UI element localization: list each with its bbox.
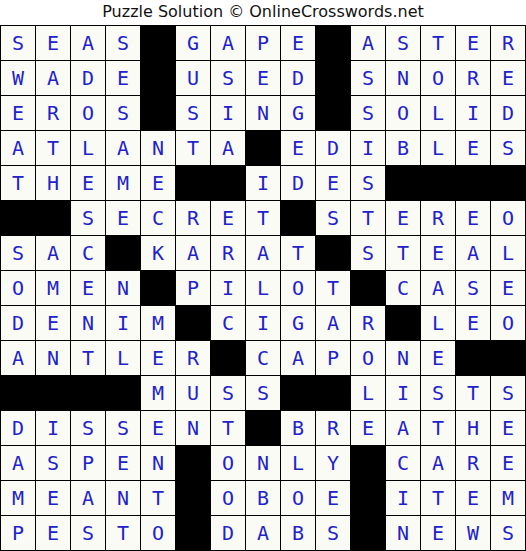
letter-cell-r10c6: R (176, 341, 211, 376)
letter-cell-r8c8: L (246, 271, 281, 306)
letter-cell-r12c10: R (316, 411, 351, 446)
letter-cell-r3c6: S (176, 96, 211, 131)
letter-cell-r15c15: S (491, 516, 526, 551)
block-cell-r7c10 (316, 236, 351, 271)
letter-cell-r4c7: A (211, 131, 246, 166)
letter-cell-r13c1: A (1, 446, 36, 481)
letter-cell-r11c15: S (491, 376, 526, 411)
block-cell-r11c4 (106, 376, 141, 411)
letter-cell-r8c9: O (281, 271, 316, 306)
letter-cell-r7c3: C (71, 236, 106, 271)
letter-cell-r4c11: I (351, 131, 386, 166)
letter-cell-r14c3: A (71, 481, 106, 516)
letter-cell-r5c8: I (246, 166, 281, 201)
block-cell-r3c10 (316, 96, 351, 131)
letter-cell-r8c12: C (386, 271, 421, 306)
letter-cell-r1c1: S (1, 26, 36, 61)
letter-cell-r5c1: T (1, 166, 36, 201)
letter-cell-r8c6: P (176, 271, 211, 306)
block-cell-r6c1 (1, 201, 36, 236)
letter-cell-r15c2: E (36, 516, 71, 551)
letter-cell-r13c3: P (71, 446, 106, 481)
letter-cell-r13c14: R (456, 446, 491, 481)
letter-cell-r4c12: B (386, 131, 421, 166)
letter-cell-r4c9: E (281, 131, 316, 166)
letter-cell-r12c1: D (1, 411, 36, 446)
letter-cell-r10c2: N (36, 341, 71, 376)
letter-cell-r1c15: R (491, 26, 526, 61)
letter-cell-r14c9: O (281, 481, 316, 516)
letter-cell-r15c7: D (211, 516, 246, 551)
letter-cell-r10c8: C (246, 341, 281, 376)
letter-cell-r7c12: T (386, 236, 421, 271)
letter-cell-r2c12: N (386, 61, 421, 96)
letter-cell-r11c13: S (421, 376, 456, 411)
letter-cell-r10c13: E (421, 341, 456, 376)
letter-cell-r15c4: T (106, 516, 141, 551)
block-cell-r7c4 (106, 236, 141, 271)
letter-cell-r3c1: E (1, 96, 36, 131)
letter-cell-r6c7: E (211, 201, 246, 236)
block-cell-r5c7 (211, 166, 246, 201)
letter-cell-r15c9: B (281, 516, 316, 551)
block-cell-r14c11 (351, 481, 386, 516)
letter-cell-r5c10: E (316, 166, 351, 201)
letter-cell-r6c11: T (351, 201, 386, 236)
letter-cell-r3c4: S (106, 96, 141, 131)
letter-cell-r13c12: C (386, 446, 421, 481)
letter-cell-r2c8: E (246, 61, 281, 96)
letter-cell-r14c2: E (36, 481, 71, 516)
letter-cell-r15c1: P (1, 516, 36, 551)
block-cell-r14c6 (176, 481, 211, 516)
letter-cell-r1c4: S (106, 26, 141, 61)
letter-cell-r5c2: H (36, 166, 71, 201)
letter-cell-r4c2: T (36, 131, 71, 166)
letter-cell-r13c13: A (421, 446, 456, 481)
letter-cell-r9c11: R (351, 306, 386, 341)
letter-cell-r1c9: E (281, 26, 316, 61)
block-cell-r12c8 (246, 411, 281, 446)
block-cell-r13c6 (176, 446, 211, 481)
letter-cell-r14c8: B (246, 481, 281, 516)
letter-cell-r6c15: O (491, 201, 526, 236)
letter-cell-r12c6: N (176, 411, 211, 446)
letter-cell-r1c7: A (211, 26, 246, 61)
letter-cell-r10c12: N (386, 341, 421, 376)
letter-cell-r6c8: T (246, 201, 281, 236)
letter-cell-r7c11: S (351, 236, 386, 271)
block-cell-r11c2 (36, 376, 71, 411)
letter-cell-r15c10: S (316, 516, 351, 551)
letter-cell-r14c7: O (211, 481, 246, 516)
letter-cell-r15c5: O (141, 516, 176, 551)
letter-cell-r2c4: E (106, 61, 141, 96)
letter-cell-r11c8: S (246, 376, 281, 411)
letter-cell-r12c2: I (36, 411, 71, 446)
block-cell-r5c13 (421, 166, 456, 201)
block-cell-r15c11 (351, 516, 386, 551)
letter-cell-r2c3: D (71, 61, 106, 96)
letter-cell-r3c2: R (36, 96, 71, 131)
letter-cell-r14c15: M (491, 481, 526, 516)
letter-cell-r2c7: S (211, 61, 246, 96)
letter-cell-r1c12: S (386, 26, 421, 61)
letter-cell-r2c9: D (281, 61, 316, 96)
letter-cell-r9c10: A (316, 306, 351, 341)
letter-cell-r4c14: E (456, 131, 491, 166)
letter-cell-r12c12: A (386, 411, 421, 446)
letter-cell-r6c12: E (386, 201, 421, 236)
letter-cell-r15c14: W (456, 516, 491, 551)
letter-cell-r9c7: C (211, 306, 246, 341)
letter-cell-r3c8: N (246, 96, 281, 131)
block-cell-r8c5 (141, 271, 176, 306)
letter-cell-r7c15: L (491, 236, 526, 271)
letter-cell-r7c6: A (176, 236, 211, 271)
letter-cell-r6c10: S (316, 201, 351, 236)
letter-cell-r4c10: D (316, 131, 351, 166)
letter-cell-r7c14: A (456, 236, 491, 271)
block-cell-r13c11 (351, 446, 386, 481)
letter-cell-r1c2: E (36, 26, 71, 61)
block-cell-r1c5 (141, 26, 176, 61)
letter-cell-r1c14: E (456, 26, 491, 61)
letter-cell-r9c8: I (246, 306, 281, 341)
letter-cell-r7c2: A (36, 236, 71, 271)
letter-cell-r8c13: A (421, 271, 456, 306)
letter-cell-r11c11: L (351, 376, 386, 411)
letter-cell-r8c2: M (36, 271, 71, 306)
letter-cell-r13c10: Y (316, 446, 351, 481)
letter-cell-r9c13: L (421, 306, 456, 341)
letter-cell-r12c4: S (106, 411, 141, 446)
letter-cell-r9c15: O (491, 306, 526, 341)
letter-cell-r12c11: E (351, 411, 386, 446)
letter-cell-r7c5: K (141, 236, 176, 271)
block-cell-r11c1 (1, 376, 36, 411)
letter-cell-r6c6: R (176, 201, 211, 236)
letter-cell-r2c15: E (491, 61, 526, 96)
block-cell-r2c10 (316, 61, 351, 96)
letter-cell-r2c13: O (421, 61, 456, 96)
block-cell-r4c8 (246, 131, 281, 166)
letter-cell-r14c12: I (386, 481, 421, 516)
block-cell-r5c12 (386, 166, 421, 201)
letter-cell-r11c7: S (211, 376, 246, 411)
letter-cell-r2c14: R (456, 61, 491, 96)
letter-cell-r8c3: E (71, 271, 106, 306)
block-cell-r2c5 (141, 61, 176, 96)
block-cell-r6c9 (281, 201, 316, 236)
letter-cell-r3c12: O (386, 96, 421, 131)
letter-cell-r10c5: E (141, 341, 176, 376)
letter-cell-r15c12: N (386, 516, 421, 551)
letter-cell-r5c9: D (281, 166, 316, 201)
letter-cell-r11c12: I (386, 376, 421, 411)
letter-cell-r8c4: N (106, 271, 141, 306)
block-cell-r3c5 (141, 96, 176, 131)
letter-cell-r3c13: L (421, 96, 456, 131)
letter-cell-r14c10: E (316, 481, 351, 516)
letter-cell-r6c4: E (106, 201, 141, 236)
letter-cell-r4c5: N (141, 131, 176, 166)
block-cell-r5c6 (176, 166, 211, 201)
letter-cell-r2c11: S (351, 61, 386, 96)
letter-cell-r11c5: M (141, 376, 176, 411)
letter-cell-r4c4: A (106, 131, 141, 166)
letter-cell-r1c13: T (421, 26, 456, 61)
letter-cell-r7c13: E (421, 236, 456, 271)
letter-cell-r14c1: M (1, 481, 36, 516)
letter-cell-r4c6: T (176, 131, 211, 166)
letter-cell-r4c13: L (421, 131, 456, 166)
letter-cell-r6c5: C (141, 201, 176, 236)
letter-cell-r9c3: N (71, 306, 106, 341)
letter-cell-r7c9: T (281, 236, 316, 271)
letter-cell-r4c1: A (1, 131, 36, 166)
page-title: Puzzle Solution © OnlineCrosswords.net (0, 0, 526, 25)
letter-cell-r2c1: W (1, 61, 36, 96)
letter-cell-r3c14: I (456, 96, 491, 131)
letter-cell-r1c6: G (176, 26, 211, 61)
letter-cell-r13c7: O (211, 446, 246, 481)
letter-cell-r11c6: U (176, 376, 211, 411)
letter-cell-r8c7: I (211, 271, 246, 306)
block-cell-r5c15 (491, 166, 526, 201)
letter-cell-r14c4: N (106, 481, 141, 516)
letter-cell-r10c9: A (281, 341, 316, 376)
letter-cell-r9c4: I (106, 306, 141, 341)
letter-cell-r12c15: E (491, 411, 526, 446)
letter-cell-r12c9: B (281, 411, 316, 446)
letter-cell-r9c1: D (1, 306, 36, 341)
block-cell-r11c10 (316, 376, 351, 411)
letter-cell-r3c9: G (281, 96, 316, 131)
letter-cell-r2c6: U (176, 61, 211, 96)
letter-cell-r7c1: S (1, 236, 36, 271)
letter-cell-r15c3: S (71, 516, 106, 551)
block-cell-r15c6 (176, 516, 211, 551)
letter-cell-r3c15: D (491, 96, 526, 131)
crossword-board: SEASGAPEASTERWADEUSEDSNOREEROSSINGSOLIDA… (0, 25, 526, 551)
letter-cell-r13c2: S (36, 446, 71, 481)
letter-cell-r12c7: T (211, 411, 246, 446)
letter-cell-r13c5: N (141, 446, 176, 481)
letter-cell-r7c8: A (246, 236, 281, 271)
letter-cell-r5c5: E (141, 166, 176, 201)
letter-cell-r11c14: T (456, 376, 491, 411)
block-cell-r11c3 (71, 376, 106, 411)
letter-cell-r1c3: A (71, 26, 106, 61)
letter-cell-r1c11: A (351, 26, 386, 61)
letter-cell-r8c10: T (316, 271, 351, 306)
block-cell-r5c14 (456, 166, 491, 201)
letter-cell-r14c14: E (456, 481, 491, 516)
letter-cell-r12c5: E (141, 411, 176, 446)
letter-cell-r4c3: L (71, 131, 106, 166)
letter-cell-r9c9: G (281, 306, 316, 341)
letter-cell-r10c3: T (71, 341, 106, 376)
letter-cell-r9c2: E (36, 306, 71, 341)
letter-cell-r5c3: E (71, 166, 106, 201)
letter-cell-r7c7: R (211, 236, 246, 271)
block-cell-r10c15 (491, 341, 526, 376)
letter-cell-r10c1: A (1, 341, 36, 376)
block-cell-r11c9 (281, 376, 316, 411)
letter-cell-r10c4: L (106, 341, 141, 376)
letter-cell-r14c5: T (141, 481, 176, 516)
letter-cell-r13c9: L (281, 446, 316, 481)
letter-cell-r9c14: E (456, 306, 491, 341)
block-cell-r10c7 (211, 341, 246, 376)
letter-cell-r5c11: S (351, 166, 386, 201)
letter-cell-r3c11: S (351, 96, 386, 131)
letter-cell-r4c15: S (491, 131, 526, 166)
letter-cell-r12c3: S (71, 411, 106, 446)
letter-cell-r10c11: O (351, 341, 386, 376)
letter-cell-r15c8: A (246, 516, 281, 551)
letter-cell-r13c8: N (246, 446, 281, 481)
letter-cell-r3c7: I (211, 96, 246, 131)
letter-cell-r10c10: P (316, 341, 351, 376)
letter-cell-r8c14: S (456, 271, 491, 306)
letter-cell-r15c13: E (421, 516, 456, 551)
letter-cell-r8c1: O (1, 271, 36, 306)
block-cell-r9c12 (386, 306, 421, 341)
letter-cell-r5c4: M (106, 166, 141, 201)
letter-cell-r13c4: E (106, 446, 141, 481)
block-cell-r6c2 (36, 201, 71, 236)
letter-cell-r3c3: O (71, 96, 106, 131)
letter-cell-r14c13: T (421, 481, 456, 516)
block-cell-r8c11 (351, 271, 386, 306)
letter-cell-r12c14: H (456, 411, 491, 446)
letter-cell-r9c5: M (141, 306, 176, 341)
letter-cell-r8c15: E (491, 271, 526, 306)
letter-cell-r6c13: R (421, 201, 456, 236)
block-cell-r10c14 (456, 341, 491, 376)
letter-cell-r2c2: A (36, 61, 71, 96)
letter-cell-r12c13: T (421, 411, 456, 446)
letter-cell-r13c15: E (491, 446, 526, 481)
letter-cell-r1c8: P (246, 26, 281, 61)
block-cell-r9c6 (176, 306, 211, 341)
letter-cell-r6c14: E (456, 201, 491, 236)
block-cell-r1c10 (316, 26, 351, 61)
letter-cell-r6c3: S (71, 201, 106, 236)
